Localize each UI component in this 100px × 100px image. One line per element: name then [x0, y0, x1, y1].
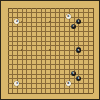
white-stone-O3[interactable]: 8 [66, 81, 71, 86]
move-number: 3 [77, 77, 79, 80]
move-number: 5 [77, 49, 79, 52]
black-stone-Q16[interactable]: 1 [76, 19, 81, 24]
black-stone-Q4[interactable]: 3 [76, 76, 81, 81]
black-stone-P5[interactable]: 9 [71, 71, 76, 76]
move-number: 7 [72, 25, 74, 28]
black-stone-P15[interactable]: 7 [71, 24, 76, 29]
move-number: 9 [72, 72, 74, 75]
move-number: 8 [67, 82, 69, 85]
move-number: 6 [67, 15, 69, 18]
move-number: 2 [16, 20, 18, 23]
black-stone-Q10[interactable]: 5 [76, 47, 81, 52]
white-stone-C3[interactable]: 4 [14, 81, 19, 86]
stone-grid: 123456789 [5, 5, 95, 95]
white-stone-O17[interactable]: 6 [66, 14, 71, 19]
white-stone-C16[interactable]: 2 [14, 19, 19, 24]
go-board[interactable]: 123456789 [0, 0, 100, 100]
move-number: 1 [77, 20, 79, 23]
move-number: 4 [16, 82, 18, 85]
